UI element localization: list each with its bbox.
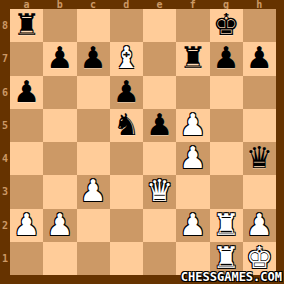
square-b1[interactable] bbox=[43, 242, 76, 275]
rank-label-5: 5 bbox=[0, 109, 10, 142]
square-a2[interactable]: ♟ bbox=[10, 209, 43, 242]
square-a6[interactable]: ♟ bbox=[10, 76, 43, 109]
square-c4[interactable] bbox=[77, 142, 110, 175]
square-h7[interactable]: ♟ bbox=[243, 42, 276, 75]
square-c8[interactable] bbox=[77, 9, 110, 42]
square-h8[interactable] bbox=[243, 9, 276, 42]
square-h2[interactable]: ♟ bbox=[243, 209, 276, 242]
piece-white-pawn[interactable]: ♟ bbox=[13, 208, 40, 241]
rank-labels: 87654321 bbox=[0, 9, 10, 275]
square-d5[interactable]: ♞ bbox=[110, 109, 143, 142]
file-label-d: d bbox=[110, 0, 143, 9]
square-c3[interactable]: ♟ bbox=[77, 175, 110, 208]
piece-black-pawn[interactable]: ♟ bbox=[80, 41, 107, 74]
piece-black-queen[interactable]: ♛ bbox=[246, 141, 273, 174]
square-e5[interactable]: ♟ bbox=[143, 109, 176, 142]
square-d8[interactable] bbox=[110, 9, 143, 42]
square-b8[interactable] bbox=[43, 9, 76, 42]
square-f3[interactable] bbox=[176, 175, 209, 208]
square-d7[interactable]: ♝ bbox=[110, 42, 143, 75]
piece-black-pawn[interactable]: ♟ bbox=[13, 75, 40, 108]
piece-black-pawn[interactable]: ♟ bbox=[213, 41, 240, 74]
chess-diagram: abcdefgh 87654321 ♜♚♟♟♝♜♟♟♟♟♞♟♟♟♛♟♛♟♟♟♜♟… bbox=[0, 0, 284, 284]
square-c1[interactable] bbox=[77, 242, 110, 275]
file-label-b: b bbox=[43, 0, 76, 9]
square-a5[interactable] bbox=[10, 109, 43, 142]
square-e8[interactable] bbox=[143, 9, 176, 42]
square-e3[interactable]: ♛ bbox=[143, 175, 176, 208]
piece-white-pawn[interactable]: ♟ bbox=[80, 174, 107, 207]
piece-white-rook[interactable]: ♜ bbox=[213, 241, 240, 274]
square-g6[interactable] bbox=[210, 76, 243, 109]
piece-black-pawn[interactable]: ♟ bbox=[146, 108, 173, 141]
piece-black-rook[interactable]: ♜ bbox=[179, 41, 206, 74]
piece-black-pawn[interactable]: ♟ bbox=[113, 75, 140, 108]
square-g5[interactable] bbox=[210, 109, 243, 142]
square-g4[interactable] bbox=[210, 142, 243, 175]
square-e7[interactable] bbox=[143, 42, 176, 75]
square-e1[interactable] bbox=[143, 242, 176, 275]
piece-black-knight[interactable]: ♞ bbox=[113, 108, 140, 141]
rank-label-6: 6 bbox=[0, 76, 10, 109]
piece-white-pawn[interactable]: ♟ bbox=[46, 208, 73, 241]
square-c6[interactable] bbox=[77, 76, 110, 109]
square-f6[interactable] bbox=[176, 76, 209, 109]
square-b3[interactable] bbox=[43, 175, 76, 208]
rank-label-4: 4 bbox=[0, 142, 10, 175]
square-d2[interactable] bbox=[110, 209, 143, 242]
piece-white-pawn[interactable]: ♟ bbox=[179, 141, 206, 174]
file-label-h: h bbox=[243, 0, 276, 9]
piece-white-pawn[interactable]: ♟ bbox=[179, 208, 206, 241]
square-h6[interactable] bbox=[243, 76, 276, 109]
piece-white-pawn[interactable]: ♟ bbox=[246, 208, 273, 241]
square-b7[interactable]: ♟ bbox=[43, 42, 76, 75]
square-f2[interactable]: ♟ bbox=[176, 209, 209, 242]
square-b6[interactable] bbox=[43, 76, 76, 109]
square-c5[interactable] bbox=[77, 109, 110, 142]
square-f8[interactable] bbox=[176, 9, 209, 42]
file-label-e: e bbox=[143, 0, 176, 9]
square-g8[interactable]: ♚ bbox=[210, 9, 243, 42]
square-e4[interactable] bbox=[143, 142, 176, 175]
square-d1[interactable] bbox=[110, 242, 143, 275]
square-d3[interactable] bbox=[110, 175, 143, 208]
square-e6[interactable] bbox=[143, 76, 176, 109]
square-c7[interactable]: ♟ bbox=[77, 42, 110, 75]
square-a7[interactable] bbox=[10, 42, 43, 75]
square-g3[interactable] bbox=[210, 175, 243, 208]
square-c2[interactable] bbox=[77, 209, 110, 242]
square-a8[interactable]: ♜ bbox=[10, 9, 43, 42]
rank-label-8: 8 bbox=[0, 9, 10, 42]
piece-black-king[interactable]: ♚ bbox=[213, 8, 240, 41]
piece-black-pawn[interactable]: ♟ bbox=[246, 41, 273, 74]
piece-black-pawn[interactable]: ♟ bbox=[46, 41, 73, 74]
rank-label-1: 1 bbox=[0, 242, 10, 275]
piece-white-king[interactable]: ♚ bbox=[246, 241, 273, 274]
piece-white-pawn[interactable]: ♟ bbox=[179, 108, 206, 141]
rank-label-7: 7 bbox=[0, 42, 10, 75]
square-g7[interactable]: ♟ bbox=[210, 42, 243, 75]
square-h3[interactable] bbox=[243, 175, 276, 208]
square-e2[interactable] bbox=[143, 209, 176, 242]
square-d4[interactable] bbox=[110, 142, 143, 175]
chess-board: ♜♚♟♟♝♜♟♟♟♟♞♟♟♟♛♟♛♟♟♟♜♟♜♚ bbox=[10, 9, 276, 275]
square-g2[interactable]: ♜ bbox=[210, 209, 243, 242]
square-h4[interactable]: ♛ bbox=[243, 142, 276, 175]
square-b4[interactable] bbox=[43, 142, 76, 175]
rank-label-2: 2 bbox=[0, 209, 10, 242]
square-a3[interactable] bbox=[10, 175, 43, 208]
piece-black-rook[interactable]: ♜ bbox=[13, 8, 40, 41]
piece-white-bishop[interactable]: ♝ bbox=[113, 41, 140, 74]
piece-white-rook[interactable]: ♜ bbox=[213, 208, 240, 241]
rank-label-3: 3 bbox=[0, 175, 10, 208]
square-a4[interactable] bbox=[10, 142, 43, 175]
file-label-f: f bbox=[176, 0, 209, 9]
square-f7[interactable]: ♜ bbox=[176, 42, 209, 75]
file-label-c: c bbox=[77, 0, 110, 9]
square-b5[interactable] bbox=[43, 109, 76, 142]
square-d6[interactable]: ♟ bbox=[110, 76, 143, 109]
square-f5[interactable]: ♟ bbox=[176, 109, 209, 142]
square-h5[interactable] bbox=[243, 109, 276, 142]
square-b2[interactable]: ♟ bbox=[43, 209, 76, 242]
square-a1[interactable] bbox=[10, 242, 43, 275]
chessgames-watermark: CHESSGAMES.COM bbox=[181, 270, 282, 284]
square-f4[interactable]: ♟ bbox=[176, 142, 209, 175]
piece-white-queen[interactable]: ♛ bbox=[146, 174, 173, 207]
